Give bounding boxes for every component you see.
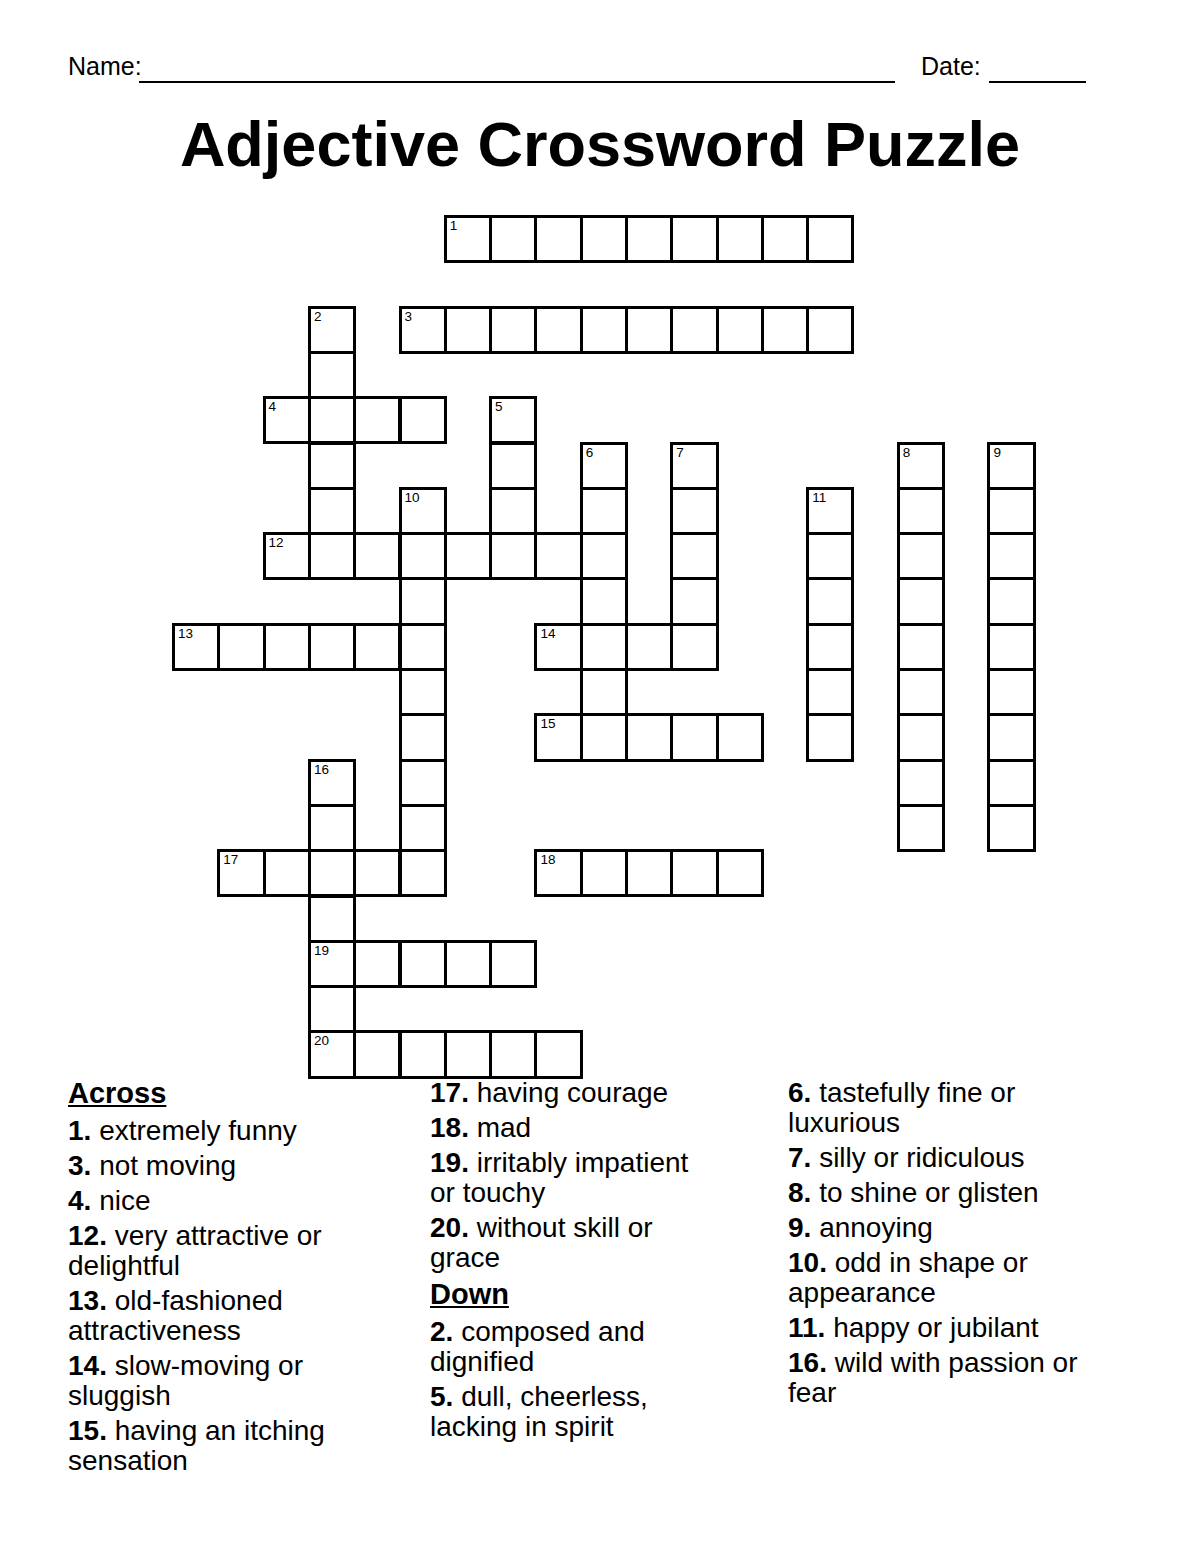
grid-cell[interactable] bbox=[987, 804, 1035, 852]
clue-text: annoying bbox=[811, 1212, 932, 1243]
grid-cell[interactable] bbox=[308, 804, 356, 852]
grid-cell[interactable] bbox=[806, 306, 854, 354]
worksheet-page: Name: Date: Adjective Crossword Puzzle 1… bbox=[0, 0, 1200, 1553]
cell-clue-number: 2 bbox=[314, 309, 322, 325]
grid-cell[interactable] bbox=[444, 306, 492, 354]
grid-cell[interactable] bbox=[897, 487, 945, 535]
clue-text: composed and dignified bbox=[430, 1316, 645, 1377]
clue-down-6: 6. tastefully fine or luxurious bbox=[788, 1078, 1194, 1138]
clue-text: very attractive or delightful bbox=[68, 1220, 322, 1281]
grid-cell[interactable] bbox=[308, 442, 356, 490]
grid-cell[interactable] bbox=[670, 215, 718, 263]
grid-cell[interactable]: 5 bbox=[489, 396, 537, 444]
grid-cell[interactable] bbox=[897, 804, 945, 852]
cell-clue-number: 3 bbox=[405, 309, 413, 325]
grid-cell[interactable] bbox=[987, 577, 1035, 625]
clue-number: 13. bbox=[68, 1285, 107, 1316]
grid-cell[interactable]: 16 bbox=[308, 759, 356, 807]
grid-cell[interactable] bbox=[308, 849, 356, 897]
cell-clue-number: 5 bbox=[495, 399, 503, 415]
grid-cell[interactable] bbox=[670, 623, 718, 671]
grid-cell[interactable] bbox=[308, 396, 356, 444]
clue-down-16: 16. wild with passion or fear bbox=[788, 1348, 1194, 1408]
cell-clue-number: 1 bbox=[450, 218, 458, 234]
grid-cell[interactable] bbox=[761, 306, 809, 354]
clue-text: having an itching sensation bbox=[68, 1415, 325, 1476]
cell-clue-number: 11 bbox=[812, 490, 826, 506]
clues-column-1: Across1. extremely funny3. not moving4. … bbox=[68, 1078, 420, 1481]
clue-down-7: 7. silly or ridiculous bbox=[788, 1143, 1194, 1173]
cell-clue-number: 12 bbox=[269, 535, 284, 551]
grid-cell[interactable] bbox=[897, 759, 945, 807]
clue-across-1: 1. extremely funny bbox=[68, 1116, 420, 1146]
grid-cell[interactable] bbox=[987, 713, 1035, 761]
grid-cell[interactable] bbox=[987, 759, 1035, 807]
grid-cell[interactable] bbox=[716, 215, 764, 263]
grid-cell[interactable] bbox=[625, 713, 673, 761]
cell-clue-number: 7 bbox=[676, 445, 684, 461]
grid-cell[interactable] bbox=[399, 623, 447, 671]
grid-cell[interactable]: 17 bbox=[217, 849, 265, 897]
clues-column-3: 6. tastefully fine or luxurious7. silly … bbox=[788, 1078, 1194, 1413]
clue-number: 15. bbox=[68, 1415, 107, 1446]
clue-text: dull, cheerless, lacking in spirit bbox=[430, 1381, 648, 1442]
clue-across-14: 14. slow-moving or sluggish bbox=[68, 1351, 420, 1411]
clue-across-17: 17. having courage bbox=[430, 1078, 778, 1108]
clue-across-19: 19. irritably impatient or touchy bbox=[430, 1148, 778, 1208]
grid-cell[interactable]: 13 bbox=[172, 623, 220, 671]
clues-heading-down: Down bbox=[430, 1279, 778, 1309]
clue-across-4: 4. nice bbox=[68, 1186, 420, 1216]
cell-clue-number: 9 bbox=[993, 445, 1001, 461]
clue-number: 11. bbox=[788, 1312, 825, 1343]
grid-cell[interactable]: 2 bbox=[308, 306, 356, 354]
grid-cell[interactable] bbox=[806, 532, 854, 580]
clue-text: having courage bbox=[469, 1077, 668, 1108]
clue-across-12: 12. very attractive or delightful bbox=[68, 1221, 420, 1281]
clue-across-20: 20. without skill or grace bbox=[430, 1213, 778, 1273]
grid-cell[interactable] bbox=[670, 713, 718, 761]
grid-cell[interactable]: 3 bbox=[399, 306, 447, 354]
clue-number: 14. bbox=[68, 1350, 107, 1381]
grid-cell[interactable]: 9 bbox=[987, 442, 1035, 490]
grid-cell[interactable]: 1 bbox=[444, 215, 492, 263]
grid-cell[interactable] bbox=[625, 215, 673, 263]
grid-cell[interactable] bbox=[534, 1030, 582, 1078]
grid-cell[interactable] bbox=[806, 577, 854, 625]
grid-cell[interactable]: 18 bbox=[534, 849, 582, 897]
grid-cell[interactable] bbox=[534, 215, 582, 263]
grid-cell[interactable] bbox=[987, 668, 1035, 716]
grid-cell[interactable] bbox=[263, 849, 311, 897]
grid-cell[interactable] bbox=[987, 487, 1035, 535]
grid-cell[interactable] bbox=[308, 487, 356, 535]
grid-cell[interactable] bbox=[897, 577, 945, 625]
clue-down-11: 11. happy or jubilant bbox=[788, 1313, 1194, 1343]
clue-number: 12. bbox=[68, 1220, 107, 1251]
clue-number: 3. bbox=[68, 1150, 91, 1181]
cell-clue-number: 4 bbox=[269, 399, 277, 415]
grid-cell[interactable] bbox=[625, 306, 673, 354]
grid-cell[interactable] bbox=[716, 306, 764, 354]
clue-across-3: 3. not moving bbox=[68, 1151, 420, 1181]
grid-cell[interactable] bbox=[580, 713, 628, 761]
grid-cell[interactable] bbox=[987, 623, 1035, 671]
grid-cell[interactable] bbox=[580, 849, 628, 897]
grid-cell[interactable] bbox=[353, 849, 401, 897]
clue-number: 17. bbox=[430, 1077, 469, 1108]
grid-cell[interactable] bbox=[580, 668, 628, 716]
cell-clue-number: 10 bbox=[405, 490, 420, 506]
grid-cell[interactable] bbox=[444, 1030, 492, 1078]
clue-across-15: 15. having an itching sensation bbox=[68, 1416, 420, 1476]
grid-cell[interactable] bbox=[761, 215, 809, 263]
clue-text: irritably impatient or touchy bbox=[430, 1147, 688, 1208]
grid-cell[interactable] bbox=[353, 396, 401, 444]
grid-cell[interactable] bbox=[444, 532, 492, 580]
grid-cell[interactable] bbox=[489, 532, 537, 580]
clue-text: nice bbox=[91, 1185, 150, 1216]
grid-cell[interactable] bbox=[534, 306, 582, 354]
clue-text: extremely funny bbox=[91, 1115, 296, 1146]
grid-cell[interactable] bbox=[399, 668, 447, 716]
grid-cell[interactable]: 10 bbox=[399, 487, 447, 535]
grid-cell[interactable] bbox=[399, 849, 447, 897]
clue-number: 1. bbox=[68, 1115, 91, 1146]
grid-cell[interactable] bbox=[308, 895, 356, 943]
grid-cell[interactable]: 6 bbox=[580, 442, 628, 490]
clue-number: 9. bbox=[788, 1212, 811, 1243]
grid-cell[interactable] bbox=[489, 306, 537, 354]
clue-down-5: 5. dull, cheerless, lacking in spirit bbox=[430, 1382, 778, 1442]
grid-cell[interactable]: 4 bbox=[263, 396, 311, 444]
grid-cell[interactable] bbox=[399, 1030, 447, 1078]
grid-cell[interactable] bbox=[580, 577, 628, 625]
grid-cell[interactable] bbox=[399, 759, 447, 807]
clue-number: 5. bbox=[430, 1381, 453, 1412]
cell-clue-number: 8 bbox=[903, 445, 911, 461]
grid-cell[interactable] bbox=[444, 940, 492, 988]
grid-cell[interactable] bbox=[580, 623, 628, 671]
clue-down-10: 10. odd in shape or appearance bbox=[788, 1248, 1194, 1308]
clues-heading-across: Across bbox=[68, 1078, 420, 1108]
grid-cell[interactable] bbox=[670, 577, 718, 625]
clue-text: not moving bbox=[91, 1150, 236, 1181]
clue-down-2: 2. composed and dignified bbox=[430, 1317, 778, 1377]
clue-number: 6. bbox=[788, 1077, 811, 1108]
grid-cell[interactable]: 20 bbox=[308, 1030, 356, 1078]
cell-clue-number: 13 bbox=[178, 626, 193, 642]
cell-clue-number: 16 bbox=[314, 762, 329, 778]
grid-cell[interactable] bbox=[670, 849, 718, 897]
clue-number: 7. bbox=[788, 1142, 811, 1173]
grid-cell[interactable] bbox=[897, 623, 945, 671]
cell-clue-number: 6 bbox=[586, 445, 594, 461]
grid-cell[interactable] bbox=[897, 668, 945, 716]
grid-cell[interactable] bbox=[489, 442, 537, 490]
grid-cell[interactable] bbox=[399, 396, 447, 444]
grid-cell[interactable] bbox=[580, 532, 628, 580]
cell-clue-number: 15 bbox=[540, 716, 555, 732]
grid-cell[interactable] bbox=[489, 487, 537, 535]
clue-number: 18. bbox=[430, 1112, 469, 1143]
grid-cell[interactable] bbox=[806, 215, 854, 263]
grid-cell[interactable]: 12 bbox=[263, 532, 311, 580]
clue-number: 4. bbox=[68, 1185, 91, 1216]
grid-cell[interactable]: 14 bbox=[534, 623, 582, 671]
grid-cell[interactable] bbox=[534, 532, 582, 580]
clue-number: 19. bbox=[430, 1147, 469, 1178]
grid-cell[interactable] bbox=[489, 1030, 537, 1078]
grid-cell[interactable] bbox=[263, 623, 311, 671]
grid-cell[interactable] bbox=[308, 623, 356, 671]
cell-clue-number: 14 bbox=[540, 626, 555, 642]
clue-across-13: 13. old-fashioned attractiveness bbox=[68, 1286, 420, 1346]
clue-text: wild with passion or fear bbox=[788, 1347, 1078, 1408]
cell-clue-number: 18 bbox=[540, 852, 555, 868]
grid-cell[interactable] bbox=[353, 1030, 401, 1078]
grid-cell[interactable] bbox=[353, 940, 401, 988]
clue-number: 8. bbox=[788, 1177, 811, 1208]
grid-cell[interactable]: 19 bbox=[308, 940, 356, 988]
grid-cell[interactable] bbox=[308, 532, 356, 580]
cell-clue-number: 17 bbox=[223, 852, 238, 868]
grid-cell[interactable]: 8 bbox=[897, 442, 945, 490]
grid-cell[interactable] bbox=[625, 623, 673, 671]
grid-cell[interactable] bbox=[399, 713, 447, 761]
grid-cell[interactable] bbox=[399, 940, 447, 988]
crossword-grid: 1234567891011121314151617181920 bbox=[0, 0, 1200, 1100]
clue-across-18: 18. mad bbox=[430, 1113, 778, 1143]
grid-cell[interactable] bbox=[670, 487, 718, 535]
grid-cell[interactable] bbox=[670, 532, 718, 580]
grid-cell[interactable]: 7 bbox=[670, 442, 718, 490]
grid-cell[interactable] bbox=[399, 804, 447, 852]
grid-cell[interactable] bbox=[716, 713, 764, 761]
clue-number: 16. bbox=[788, 1347, 827, 1378]
clue-text: happy or jubilant bbox=[825, 1312, 1038, 1343]
grid-cell[interactable] bbox=[308, 985, 356, 1033]
grid-cell[interactable] bbox=[353, 623, 401, 671]
grid-cell[interactable]: 15 bbox=[534, 713, 582, 761]
clues-column-2: 17. having courage18. mad19. irritably i… bbox=[430, 1078, 778, 1447]
grid-cell[interactable] bbox=[625, 849, 673, 897]
grid-cell[interactable] bbox=[670, 306, 718, 354]
grid-cell[interactable] bbox=[806, 668, 854, 716]
grid-cell[interactable] bbox=[399, 532, 447, 580]
clue-text: tastefully fine or luxurious bbox=[788, 1077, 1015, 1138]
grid-cell[interactable] bbox=[308, 351, 356, 399]
grid-cell[interactable] bbox=[353, 532, 401, 580]
clue-text: silly or ridiculous bbox=[811, 1142, 1024, 1173]
grid-cell[interactable] bbox=[580, 487, 628, 535]
grid-cell[interactable] bbox=[806, 713, 854, 761]
grid-cell[interactable] bbox=[897, 532, 945, 580]
grid-cell[interactable] bbox=[987, 532, 1035, 580]
grid-cell[interactable] bbox=[580, 306, 628, 354]
clue-number: 2. bbox=[430, 1316, 453, 1347]
grid-cell[interactable] bbox=[716, 849, 764, 897]
grid-cell[interactable] bbox=[489, 940, 537, 988]
grid-cell[interactable] bbox=[489, 215, 537, 263]
clue-down-8: 8. to shine or glisten bbox=[788, 1178, 1194, 1208]
clue-text: to shine or glisten bbox=[811, 1177, 1038, 1208]
clue-text: mad bbox=[469, 1112, 531, 1143]
clue-down-9: 9. annoying bbox=[788, 1213, 1194, 1243]
grid-cell[interactable] bbox=[580, 215, 628, 263]
clue-number: 20. bbox=[430, 1212, 469, 1243]
grid-cell[interactable]: 11 bbox=[806, 487, 854, 535]
cell-clue-number: 20 bbox=[314, 1033, 329, 1049]
cell-clue-number: 19 bbox=[314, 943, 329, 959]
clue-number: 10. bbox=[788, 1247, 827, 1278]
grid-cell[interactable] bbox=[399, 577, 447, 625]
grid-cell[interactable] bbox=[217, 623, 265, 671]
grid-cell[interactable] bbox=[806, 623, 854, 671]
grid-cell[interactable] bbox=[897, 713, 945, 761]
